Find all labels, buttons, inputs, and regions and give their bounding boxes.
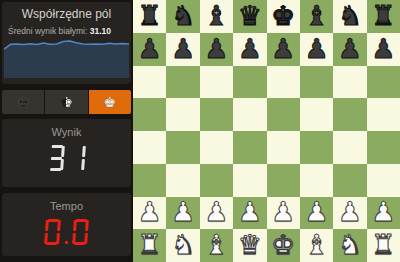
square-h4[interactable] bbox=[367, 131, 400, 164]
square-e7[interactable]: ♟ bbox=[267, 33, 300, 66]
score-panel: Wynik bbox=[2, 119, 131, 187]
square-f2[interactable]: ♟ bbox=[300, 197, 333, 230]
white-pawn: ♟ bbox=[304, 198, 328, 225]
tempo-label: Tempo bbox=[2, 200, 131, 212]
square-f8[interactable]: ♝ bbox=[300, 0, 333, 33]
black-pawn: ♟ bbox=[204, 35, 228, 62]
square-c8[interactable]: ♝ bbox=[200, 0, 233, 33]
seven-seg-digit bbox=[72, 219, 89, 245]
side-select: ♚ ♚ ♚ bbox=[2, 90, 131, 114]
play-as-both-button[interactable]: ♚ bbox=[45, 90, 87, 114]
square-d3[interactable] bbox=[233, 164, 266, 197]
square-f4[interactable] bbox=[300, 131, 333, 164]
black-bishop: ♝ bbox=[204, 2, 228, 29]
white-bishop: ♝ bbox=[204, 231, 228, 258]
stats-panel: Współrzędne pól Średni wynik białymi: 31… bbox=[2, 2, 131, 84]
white-pawn: ♟ bbox=[371, 198, 395, 225]
black-queen: ♛ bbox=[238, 2, 262, 29]
white-pawn: ♟ bbox=[338, 198, 362, 225]
page-title: Współrzędne pól bbox=[2, 7, 131, 21]
white-king-icon: ♚ bbox=[104, 95, 117, 109]
square-e1[interactable]: ♚ bbox=[267, 229, 300, 262]
square-f5[interactable] bbox=[300, 98, 333, 131]
square-a6[interactable] bbox=[133, 66, 166, 99]
square-g3[interactable] bbox=[333, 164, 366, 197]
white-pawn: ♟ bbox=[171, 198, 195, 225]
chess-board: ♜♞♝♛♚♝♞♜♟♟♟♟♟♟♟♟♟♟♟♟♟♟♟♟♜♞♝♛♚♝♞♜ bbox=[133, 0, 400, 262]
score-display bbox=[2, 144, 131, 171]
square-f7[interactable]: ♟ bbox=[300, 33, 333, 66]
square-h1[interactable]: ♜ bbox=[367, 229, 400, 262]
black-king-icon: ♚ bbox=[17, 95, 30, 109]
white-bishop: ♝ bbox=[304, 231, 328, 258]
square-h6[interactable] bbox=[367, 66, 400, 99]
average-score-line: Średni wynik białymi: 31.10 bbox=[8, 26, 131, 36]
play-as-white-button[interactable]: ♚ bbox=[89, 90, 131, 114]
square-f3[interactable] bbox=[300, 164, 333, 197]
white-knight: ♞ bbox=[171, 231, 195, 258]
score-history-chart bbox=[4, 40, 129, 78]
square-c1[interactable]: ♝ bbox=[200, 229, 233, 262]
square-d8[interactable]: ♛ bbox=[233, 0, 266, 33]
square-b3[interactable] bbox=[166, 164, 199, 197]
square-g7[interactable]: ♟ bbox=[333, 33, 366, 66]
score-label: Wynik bbox=[2, 126, 131, 138]
square-f6[interactable] bbox=[300, 66, 333, 99]
black-knight: ♞ bbox=[338, 2, 362, 29]
square-e2[interactable]: ♟ bbox=[267, 197, 300, 230]
white-pawn: ♟ bbox=[271, 198, 295, 225]
square-c6[interactable] bbox=[200, 66, 233, 99]
white-rook: ♜ bbox=[138, 231, 162, 258]
black-pawn: ♟ bbox=[338, 35, 362, 62]
square-g5[interactable] bbox=[333, 98, 366, 131]
square-e5[interactable] bbox=[267, 98, 300, 131]
square-h8[interactable]: ♜ bbox=[367, 0, 400, 33]
square-b7[interactable]: ♟ bbox=[166, 33, 199, 66]
square-h2[interactable]: ♟ bbox=[367, 197, 400, 230]
square-a1[interactable]: ♜ bbox=[133, 229, 166, 262]
square-g1[interactable]: ♞ bbox=[333, 229, 366, 262]
black-rook: ♜ bbox=[371, 2, 395, 29]
black-pawn: ♟ bbox=[371, 35, 395, 62]
white-pawn: ♟ bbox=[204, 198, 228, 225]
square-c5[interactable] bbox=[200, 98, 233, 131]
square-d7[interactable]: ♟ bbox=[233, 33, 266, 66]
square-d4[interactable] bbox=[233, 131, 266, 164]
square-b5[interactable] bbox=[166, 98, 199, 131]
coordinate-trainer-app: Współrzędne pól Średni wynik białymi: 31… bbox=[0, 0, 400, 262]
black-bishop: ♝ bbox=[304, 2, 328, 29]
square-c4[interactable] bbox=[200, 131, 233, 164]
white-rook: ♜ bbox=[371, 231, 395, 258]
square-b2[interactable]: ♟ bbox=[166, 197, 199, 230]
square-d5[interactable] bbox=[233, 98, 266, 131]
square-e3[interactable] bbox=[267, 164, 300, 197]
black-king: ♚ bbox=[271, 2, 295, 29]
sidebar: Współrzędne pól Średni wynik białymi: 31… bbox=[0, 0, 133, 262]
black-pawn: ♟ bbox=[238, 35, 262, 62]
half-king-icon: ♚ bbox=[60, 95, 73, 109]
black-knight: ♞ bbox=[171, 2, 195, 29]
square-b4[interactable] bbox=[166, 131, 199, 164]
tempo-panel: Tempo bbox=[2, 193, 131, 256]
black-rook: ♜ bbox=[138, 2, 162, 29]
black-pawn: ♟ bbox=[171, 35, 195, 62]
square-g4[interactable] bbox=[333, 131, 366, 164]
square-a8[interactable]: ♜ bbox=[133, 0, 166, 33]
square-e6[interactable] bbox=[267, 66, 300, 99]
seven-seg-digit bbox=[69, 145, 86, 171]
square-d2[interactable]: ♟ bbox=[233, 197, 266, 230]
square-d6[interactable] bbox=[233, 66, 266, 99]
square-g6[interactable] bbox=[333, 66, 366, 99]
square-a4[interactable] bbox=[133, 131, 166, 164]
square-c7[interactable]: ♟ bbox=[200, 33, 233, 66]
white-pawn: ♟ bbox=[138, 198, 162, 225]
square-h3[interactable] bbox=[367, 164, 400, 197]
average-score-label: Średni wynik białymi: bbox=[8, 26, 87, 36]
play-as-black-button[interactable]: ♚ bbox=[2, 90, 44, 114]
black-pawn: ♟ bbox=[304, 35, 328, 62]
square-b6[interactable] bbox=[166, 66, 199, 99]
square-d1[interactable]: ♛ bbox=[233, 229, 266, 262]
tempo-display bbox=[2, 218, 131, 245]
square-a7[interactable]: ♟ bbox=[133, 33, 166, 66]
white-pawn: ♟ bbox=[238, 198, 262, 225]
square-c3[interactable] bbox=[200, 164, 233, 197]
board-area: ♜♞♝♛♚♝♞♜♟♟♟♟♟♟♟♟♟♟♟♟♟♟♟♟♜♞♝♛♚♝♞♜ bbox=[133, 0, 400, 262]
white-queen: ♛ bbox=[238, 231, 262, 258]
seven-seg-digit bbox=[48, 145, 65, 171]
square-a5[interactable] bbox=[133, 98, 166, 131]
square-a3[interactable] bbox=[133, 164, 166, 197]
square-h5[interactable] bbox=[367, 98, 400, 131]
square-c2[interactable]: ♟ bbox=[200, 197, 233, 230]
square-b8[interactable]: ♞ bbox=[166, 0, 199, 33]
square-h7[interactable]: ♟ bbox=[367, 33, 400, 66]
square-g2[interactable]: ♟ bbox=[333, 197, 366, 230]
white-king: ♚ bbox=[271, 231, 295, 258]
seven-seg-digit bbox=[44, 219, 61, 245]
white-knight: ♞ bbox=[338, 231, 362, 258]
square-g8[interactable]: ♞ bbox=[333, 0, 366, 33]
square-f1[interactable]: ♝ bbox=[300, 229, 333, 262]
square-b1[interactable]: ♞ bbox=[166, 229, 199, 262]
square-a2[interactable]: ♟ bbox=[133, 197, 166, 230]
black-pawn: ♟ bbox=[271, 35, 295, 62]
square-e4[interactable] bbox=[267, 131, 300, 164]
square-e8[interactable]: ♚ bbox=[267, 0, 300, 33]
average-score-value: 31.10 bbox=[90, 26, 111, 36]
black-pawn: ♟ bbox=[138, 35, 162, 62]
decimal-point bbox=[65, 241, 68, 244]
